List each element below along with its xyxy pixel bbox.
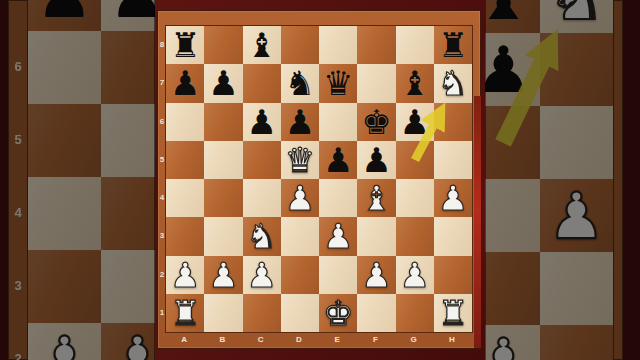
piece-white-king[interactable]: ♚ <box>319 294 357 332</box>
square-g5[interactable] <box>396 141 434 179</box>
piece-black-knight[interactable]: ♞ <box>281 64 319 102</box>
rank-label-8: 8 <box>158 40 166 50</box>
square-a1[interactable]: ♜ <box>166 294 204 332</box>
piece-black-rook[interactable]: ♜ <box>434 26 472 64</box>
square-b3[interactable] <box>204 217 242 255</box>
square-c1[interactable] <box>243 294 281 332</box>
bg-piece-white-pawn: ♟ <box>28 323 101 360</box>
bg-piece-black-pawn: ♟ <box>101 0 155 31</box>
file-label-B: B <box>203 335 241 345</box>
piece-white-pawn[interactable]: ♟ <box>281 179 319 217</box>
square-a8[interactable]: ♜ <box>166 26 204 64</box>
piece-white-knight[interactable]: ♞ <box>243 217 281 255</box>
bg-square-b2: ♟ <box>101 323 155 360</box>
square-a3[interactable] <box>166 217 204 255</box>
bg-rank-label-6: 6 <box>8 59 28 77</box>
rank-label-1: 1 <box>158 308 166 318</box>
piece-white-pawn[interactable]: ♟ <box>204 256 242 294</box>
video-frame: ♟♟♟♟765432 ♝♞♟♟♟ ♜♝♜♟♟♞♛♝♞♟♟♚♟♛♟♟♟♝♟♞♟♟♟… <box>0 0 640 360</box>
file-label-F: F <box>356 335 394 345</box>
file-label-G: G <box>395 335 433 345</box>
square-a2[interactable]: ♟ <box>166 256 204 294</box>
background-right-board: ♝♞♟♟♟ <box>485 0 640 360</box>
square-f1[interactable] <box>357 294 395 332</box>
bg-square-g3 <box>485 252 540 325</box>
bg-rank-label-7: 7 <box>8 0 28 4</box>
square-d3[interactable] <box>281 217 319 255</box>
piece-black-pawn[interactable]: ♟ <box>166 64 204 102</box>
square-b7[interactable]: ♟ <box>204 64 242 102</box>
square-c2[interactable]: ♟ <box>243 256 281 294</box>
square-h1[interactable]: ♜ <box>434 294 472 332</box>
square-d6[interactable]: ♟ <box>281 103 319 141</box>
rank-label-3: 3 <box>158 231 166 241</box>
bg-square-g5 <box>485 106 540 179</box>
bg-square-a3 <box>28 250 101 323</box>
bg-square-b7: ♟ <box>101 0 155 31</box>
bg-square-b5 <box>101 104 155 177</box>
bg-square-b3 <box>101 250 155 323</box>
square-f7[interactable] <box>357 64 395 102</box>
square-e7[interactable]: ♛ <box>319 64 357 102</box>
piece-white-pawn[interactable]: ♟ <box>434 179 472 217</box>
bg-square-g2: ♟ <box>485 325 540 360</box>
square-c3[interactable]: ♞ <box>243 217 281 255</box>
square-d4[interactable]: ♟ <box>281 179 319 217</box>
rank-label-7: 7 <box>158 78 166 88</box>
square-a7[interactable]: ♟ <box>166 64 204 102</box>
square-f5[interactable]: ♟ <box>357 141 395 179</box>
rank-label-2: 2 <box>158 270 166 280</box>
file-label-E: E <box>318 335 356 345</box>
square-g4[interactable] <box>396 179 434 217</box>
rank-label-5: 5 <box>158 155 166 165</box>
square-c8[interactable]: ♝ <box>243 26 281 64</box>
bg-square-h5 <box>540 106 613 179</box>
square-c5[interactable] <box>243 141 281 179</box>
bg-square-h6 <box>540 33 613 106</box>
square-f2[interactable]: ♟ <box>357 256 395 294</box>
bg-piece-black-bishop: ♝ <box>485 0 540 33</box>
file-label-C: C <box>242 335 280 345</box>
square-h7[interactable]: ♞ <box>434 64 472 102</box>
bg-square-a2: ♟ <box>28 323 101 360</box>
square-e6[interactable] <box>319 103 357 141</box>
bg-piece-white-pawn: ♟ <box>540 179 613 252</box>
square-b8[interactable] <box>204 26 242 64</box>
square-f4[interactable]: ♝ <box>357 179 395 217</box>
square-h6[interactable] <box>434 103 472 141</box>
square-b2[interactable]: ♟ <box>204 256 242 294</box>
square-e2[interactable] <box>319 256 357 294</box>
square-e4[interactable] <box>319 179 357 217</box>
square-c4[interactable] <box>243 179 281 217</box>
square-c6[interactable]: ♟ <box>243 103 281 141</box>
piece-white-queen[interactable]: ♛ <box>281 141 319 179</box>
square-d5[interactable]: ♛ <box>281 141 319 179</box>
square-f3[interactable] <box>357 217 395 255</box>
square-a6[interactable] <box>166 103 204 141</box>
square-e8[interactable] <box>319 26 357 64</box>
square-a5[interactable] <box>166 141 204 179</box>
piece-white-pawn[interactable]: ♟ <box>166 256 204 294</box>
bg-square-h7: ♞ <box>540 0 613 33</box>
file-label-A: A <box>165 335 203 345</box>
frame-red-edge <box>474 96 481 348</box>
piece-white-pawn[interactable]: ♟ <box>357 256 395 294</box>
square-g2[interactable]: ♟ <box>396 256 434 294</box>
background-board-frame-right <box>613 0 623 360</box>
bg-piece-white-knight: ♞ <box>540 0 613 33</box>
square-h2[interactable] <box>434 256 472 294</box>
square-b6[interactable] <box>204 103 242 141</box>
square-d2[interactable] <box>281 256 319 294</box>
background-board-frame-left <box>8 0 28 360</box>
square-b4[interactable] <box>204 179 242 217</box>
foreground-content: ♜♝♜♟♟♞♛♝♞♟♟♚♟♛♟♟♟♝♟♞♟♟♟♟♟♟♜♚♜ 87654321AB… <box>155 0 485 360</box>
square-g8[interactable] <box>396 26 434 64</box>
bg-square-g7: ♝ <box>485 0 540 33</box>
bg-rank-label-3: 3 <box>8 278 28 296</box>
square-e3[interactable]: ♟ <box>319 217 357 255</box>
piece-white-pawn[interactable]: ♟ <box>396 256 434 294</box>
piece-black-bishop[interactable]: ♝ <box>396 64 434 102</box>
piece-black-pawn[interactable]: ♟ <box>243 103 281 141</box>
chess-board[interactable]: ♜♝♜♟♟♞♛♝♞♟♟♚♟♛♟♟♟♝♟♞♟♟♟♟♟♟♜♚♜ <box>165 25 473 333</box>
bg-piece-black-pawn: ♟ <box>485 33 540 106</box>
square-e5[interactable]: ♟ <box>319 141 357 179</box>
bg-square-b6 <box>101 31 155 104</box>
bg-square-g4 <box>485 179 540 252</box>
square-a4[interactable] <box>166 179 204 217</box>
square-b5[interactable] <box>204 141 242 179</box>
square-h3[interactable] <box>434 217 472 255</box>
bg-square-h3 <box>540 252 613 325</box>
bg-piece-white-pawn: ♟ <box>101 323 155 360</box>
piece-white-bishop[interactable]: ♝ <box>357 179 395 217</box>
square-h4[interactable]: ♟ <box>434 179 472 217</box>
square-b1[interactable] <box>204 294 242 332</box>
bg-rank-label-5: 5 <box>8 132 28 150</box>
bg-square-g6: ♟ <box>485 33 540 106</box>
bg-square-h2 <box>540 325 613 360</box>
square-h8[interactable]: ♜ <box>434 26 472 64</box>
square-f8[interactable] <box>357 26 395 64</box>
square-d1[interactable] <box>281 294 319 332</box>
bg-rank-label-2: 2 <box>8 351 28 360</box>
bg-square-a6 <box>28 31 101 104</box>
rank-label-6: 6 <box>158 117 166 127</box>
piece-white-pawn[interactable]: ♟ <box>319 217 357 255</box>
piece-black-pawn[interactable]: ♟ <box>204 64 242 102</box>
square-g6[interactable]: ♟ <box>396 103 434 141</box>
bg-square-b4 <box>101 177 155 250</box>
file-label-D: D <box>280 335 318 345</box>
piece-black-queen[interactable]: ♛ <box>319 64 357 102</box>
bg-piece-white-pawn: ♟ <box>485 325 540 360</box>
piece-black-pawn[interactable]: ♟ <box>319 141 357 179</box>
square-d7[interactable]: ♞ <box>281 64 319 102</box>
piece-black-rook[interactable]: ♜ <box>166 26 204 64</box>
square-c7[interactable] <box>243 64 281 102</box>
square-h5[interactable] <box>434 141 472 179</box>
piece-white-pawn[interactable]: ♟ <box>243 256 281 294</box>
square-e1[interactable]: ♚ <box>319 294 357 332</box>
bg-square-a5 <box>28 104 101 177</box>
square-d8[interactable] <box>281 26 319 64</box>
bg-square-h4: ♟ <box>540 179 613 252</box>
piece-white-knight[interactable]: ♞ <box>434 64 472 102</box>
piece-black-king[interactable]: ♚ <box>357 103 395 141</box>
square-g3[interactable] <box>396 217 434 255</box>
piece-black-pawn[interactable]: ♟ <box>396 103 434 141</box>
bg-piece-black-pawn: ♟ <box>28 0 101 31</box>
piece-black-pawn[interactable]: ♟ <box>357 141 395 179</box>
bg-rank-label-4: 4 <box>8 205 28 223</box>
piece-black-pawn[interactable]: ♟ <box>281 103 319 141</box>
bg-square-a4 <box>28 177 101 250</box>
square-f6[interactable]: ♚ <box>357 103 395 141</box>
square-g7[interactable]: ♝ <box>396 64 434 102</box>
piece-white-rook[interactable]: ♜ <box>166 294 204 332</box>
background-left-board: ♟♟♟♟765432 <box>0 0 155 360</box>
square-g1[interactable] <box>396 294 434 332</box>
piece-black-bishop[interactable]: ♝ <box>243 26 281 64</box>
bg-square-a7: ♟ <box>28 0 101 31</box>
piece-white-rook[interactable]: ♜ <box>434 294 472 332</box>
file-label-H: H <box>433 335 471 345</box>
rank-label-4: 4 <box>158 193 166 203</box>
